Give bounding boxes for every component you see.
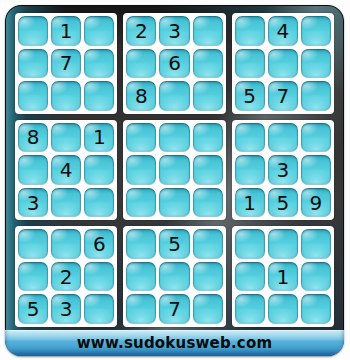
cell-r4c4[interactable] xyxy=(126,123,156,153)
cell-r7c2[interactable] xyxy=(51,229,81,259)
cell-r2c1[interactable] xyxy=(18,49,48,79)
cell-r6c3[interactable] xyxy=(84,188,114,218)
cell-r3c2[interactable] xyxy=(51,81,81,111)
box-2: 2368 xyxy=(123,13,225,114)
cell-r3c8[interactable]: 7 xyxy=(268,81,298,111)
board-plaque: 172368457814331596253571 www.sudokusweb.… xyxy=(5,5,344,356)
cell-r7c1[interactable] xyxy=(18,229,48,259)
cell-r5c6[interactable] xyxy=(193,155,223,185)
cell-r3c4[interactable]: 8 xyxy=(126,81,156,111)
cell-r6c8[interactable]: 5 xyxy=(268,188,298,218)
cell-r8c7[interactable] xyxy=(235,262,265,292)
website-url: www.sudokusweb.com xyxy=(77,334,272,352)
cell-r6c6[interactable] xyxy=(193,188,223,218)
cell-r1c3[interactable] xyxy=(84,16,114,46)
cell-r6c9[interactable]: 9 xyxy=(301,188,331,218)
cell-r7c9[interactable] xyxy=(301,229,331,259)
box-3: 457 xyxy=(232,13,334,114)
box-9: 1 xyxy=(232,226,334,327)
cell-r4c7[interactable] xyxy=(235,123,265,153)
cell-r1c4[interactable]: 2 xyxy=(126,16,156,46)
box-7: 6253 xyxy=(15,226,117,327)
cell-r8c9[interactable] xyxy=(301,262,331,292)
cell-r1c2[interactable]: 1 xyxy=(51,16,81,46)
sudoku-app: 172368457814331596253571 www.sudokusweb.… xyxy=(0,0,350,360)
cell-r1c1[interactable] xyxy=(18,16,48,46)
cell-r3c6[interactable] xyxy=(193,81,223,111)
cell-r9c1[interactable]: 5 xyxy=(18,294,48,324)
cell-r1c8[interactable]: 4 xyxy=(268,16,298,46)
cell-r4c3[interactable]: 1 xyxy=(84,123,114,153)
cell-r2c4[interactable] xyxy=(126,49,156,79)
cell-r5c8[interactable]: 3 xyxy=(268,155,298,185)
cell-r7c4[interactable] xyxy=(126,229,156,259)
cell-r7c3[interactable]: 6 xyxy=(84,229,114,259)
cell-r3c9[interactable] xyxy=(301,81,331,111)
cell-r4c1[interactable]: 8 xyxy=(18,123,48,153)
cell-r8c1[interactable] xyxy=(18,262,48,292)
cell-r9c3[interactable] xyxy=(84,294,114,324)
cell-r7c6[interactable] xyxy=(193,229,223,259)
cell-r7c8[interactable] xyxy=(268,229,298,259)
cell-r3c1[interactable] xyxy=(18,81,48,111)
cell-r8c4[interactable] xyxy=(126,262,156,292)
cell-r7c5[interactable]: 5 xyxy=(159,229,189,259)
box-4: 8143 xyxy=(15,120,117,221)
cell-r1c7[interactable] xyxy=(235,16,265,46)
cell-r5c5[interactable] xyxy=(159,155,189,185)
cell-r1c5[interactable]: 3 xyxy=(159,16,189,46)
cell-r1c9[interactable] xyxy=(301,16,331,46)
cell-r9c7[interactable] xyxy=(235,294,265,324)
sudoku-board: 172368457814331596253571 xyxy=(15,13,334,327)
cell-r2c7[interactable] xyxy=(235,49,265,79)
cell-r2c8[interactable] xyxy=(268,49,298,79)
cell-r4c9[interactable] xyxy=(301,123,331,153)
cell-r6c7[interactable]: 1 xyxy=(235,188,265,218)
cell-r5c7[interactable] xyxy=(235,155,265,185)
cell-r6c1[interactable]: 3 xyxy=(18,188,48,218)
cell-r9c5[interactable]: 7 xyxy=(159,294,189,324)
cell-r8c6[interactable] xyxy=(193,262,223,292)
cell-r1c6[interactable] xyxy=(193,16,223,46)
cell-r6c5[interactable] xyxy=(159,188,189,218)
cell-r5c2[interactable]: 4 xyxy=(51,155,81,185)
cell-r9c6[interactable] xyxy=(193,294,223,324)
box-8: 57 xyxy=(123,226,225,327)
cell-r7c7[interactable] xyxy=(235,229,265,259)
cell-r5c4[interactable] xyxy=(126,155,156,185)
cell-r5c1[interactable] xyxy=(18,155,48,185)
cell-r4c8[interactable] xyxy=(268,123,298,153)
cell-r5c9[interactable] xyxy=(301,155,331,185)
cell-r6c4[interactable] xyxy=(126,188,156,218)
cell-r8c3[interactable] xyxy=(84,262,114,292)
cell-r8c8[interactable]: 1 xyxy=(268,262,298,292)
cell-r9c4[interactable] xyxy=(126,294,156,324)
cell-r3c5[interactable] xyxy=(159,81,189,111)
cell-r4c2[interactable] xyxy=(51,123,81,153)
cell-r9c2[interactable]: 3 xyxy=(51,294,81,324)
cell-r8c2[interactable]: 2 xyxy=(51,262,81,292)
website-footer: www.sudokusweb.com xyxy=(5,330,344,356)
cell-r4c6[interactable] xyxy=(193,123,223,153)
cell-r4c5[interactable] xyxy=(159,123,189,153)
cell-r2c5[interactable]: 6 xyxy=(159,49,189,79)
cell-r9c9[interactable] xyxy=(301,294,331,324)
cell-r2c6[interactable] xyxy=(193,49,223,79)
cell-r2c9[interactable] xyxy=(301,49,331,79)
cell-r5c3[interactable] xyxy=(84,155,114,185)
cell-r6c2[interactable] xyxy=(51,188,81,218)
cell-r2c3[interactable] xyxy=(84,49,114,79)
box-5 xyxy=(123,120,225,221)
cell-r9c8[interactable] xyxy=(268,294,298,324)
cell-r8c5[interactable] xyxy=(159,262,189,292)
box-1: 17 xyxy=(15,13,117,114)
cell-r2c2[interactable]: 7 xyxy=(51,49,81,79)
cell-r3c7[interactable]: 5 xyxy=(235,81,265,111)
cell-r3c3[interactable] xyxy=(84,81,114,111)
box-6: 3159 xyxy=(232,120,334,221)
